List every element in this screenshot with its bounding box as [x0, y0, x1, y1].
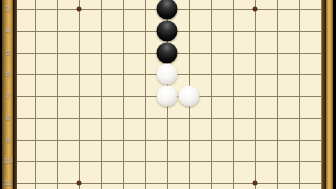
- white-stone: [157, 64, 178, 85]
- row-label: 11: [2, 179, 14, 187]
- star-point: [253, 7, 258, 12]
- grid-horizontal-line: [17, 140, 321, 141]
- right-wood-rim: [326, 0, 333, 189]
- grid-horizontal-line: [17, 161, 321, 162]
- black-stone: [157, 20, 178, 41]
- row-label: 4: [2, 27, 14, 35]
- row-label: 5: [2, 49, 14, 57]
- black-stone: [157, 42, 178, 63]
- white-stone: [157, 86, 178, 107]
- row-label: 10: [2, 157, 14, 165]
- row-label: 3: [2, 5, 14, 13]
- star-point: [77, 181, 82, 186]
- row-label: 8: [2, 114, 14, 122]
- row-label: 7: [2, 92, 14, 100]
- grid-horizontal-line: [17, 118, 321, 119]
- row-label: 6: [2, 70, 14, 78]
- grid-horizontal-line: [17, 183, 321, 184]
- game-screenshot: 34567891011: [0, 0, 336, 189]
- star-point: [77, 7, 82, 12]
- row-label: 9: [2, 136, 14, 144]
- star-point: [253, 181, 258, 186]
- white-stone: [179, 86, 200, 107]
